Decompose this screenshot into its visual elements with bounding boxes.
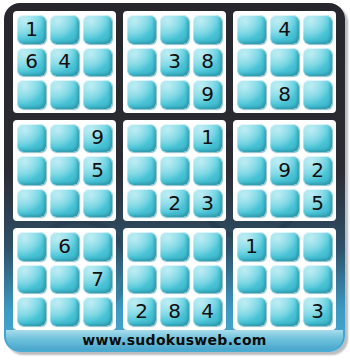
cell-r7c4[interactable] <box>127 232 156 261</box>
cell-r8c4[interactable] <box>127 265 156 294</box>
cell-r5c4[interactable] <box>127 156 156 185</box>
cell-r7c6[interactable] <box>193 232 222 261</box>
cell-r6c3[interactable] <box>83 189 112 218</box>
cell-r2c1[interactable]: 6 <box>17 48 46 77</box>
cell-r9c7[interactable] <box>237 297 266 326</box>
sudoku-block-r1c3: 48 <box>233 11 336 113</box>
cell-r1c4[interactable] <box>127 15 156 44</box>
cell-r4c2[interactable] <box>50 124 79 153</box>
cell-r4c3[interactable]: 9 <box>83 124 112 153</box>
cell-r4c7[interactable] <box>237 124 266 153</box>
cell-r3c8[interactable]: 8 <box>270 80 299 109</box>
cell-r2c4[interactable] <box>127 48 156 77</box>
cell-r1c7[interactable] <box>237 15 266 44</box>
cell-r8c3[interactable]: 7 <box>83 265 112 294</box>
sudoku-board: 16438948951239256728413 www.sudokusweb.c… <box>4 3 345 352</box>
cell-r8c1[interactable] <box>17 265 46 294</box>
cell-r1c8[interactable]: 4 <box>270 15 299 44</box>
cell-r8c8[interactable] <box>270 265 299 294</box>
cell-r5c5[interactable] <box>160 156 189 185</box>
cell-r5c1[interactable] <box>17 156 46 185</box>
cell-r7c5[interactable] <box>160 232 189 261</box>
sudoku-block-r3c1: 67 <box>13 228 116 330</box>
cell-r1c6[interactable] <box>193 15 222 44</box>
cell-r1c5[interactable] <box>160 15 189 44</box>
cell-r2c3[interactable] <box>83 48 112 77</box>
cell-r9c4[interactable]: 2 <box>127 297 156 326</box>
site-url[interactable]: www.sudokusweb.com <box>82 332 266 348</box>
cell-r1c9[interactable] <box>303 15 332 44</box>
cell-r3c1[interactable] <box>17 80 46 109</box>
cell-r2c8[interactable] <box>270 48 299 77</box>
sudoku-block-r1c2: 389 <box>123 11 226 113</box>
cell-r4c5[interactable] <box>160 124 189 153</box>
cell-r4c8[interactable] <box>270 124 299 153</box>
cell-r7c1[interactable] <box>17 232 46 261</box>
sudoku-block-r2c1: 95 <box>13 120 116 222</box>
cell-r4c9[interactable] <box>303 124 332 153</box>
cell-r1c1[interactable]: 1 <box>17 15 46 44</box>
cell-r5c7[interactable] <box>237 156 266 185</box>
cell-r9c1[interactable] <box>17 297 46 326</box>
cell-r3c4[interactable] <box>127 80 156 109</box>
cell-r3c7[interactable] <box>237 80 266 109</box>
cell-r6c9[interactable]: 5 <box>303 189 332 218</box>
cell-r4c4[interactable] <box>127 124 156 153</box>
cell-r6c6[interactable]: 3 <box>193 189 222 218</box>
cell-r9c9[interactable]: 3 <box>303 297 332 326</box>
cell-r6c2[interactable] <box>50 189 79 218</box>
cell-r7c9[interactable] <box>303 232 332 261</box>
cell-r2c6[interactable]: 8 <box>193 48 222 77</box>
sudoku-block-r2c3: 925 <box>233 120 336 222</box>
cell-r6c5[interactable]: 2 <box>160 189 189 218</box>
cell-r9c3[interactable] <box>83 297 112 326</box>
cell-r3c5[interactable] <box>160 80 189 109</box>
cell-r9c8[interactable] <box>270 297 299 326</box>
footer-bar: www.sudokusweb.com <box>6 330 343 350</box>
cell-r7c2[interactable]: 6 <box>50 232 79 261</box>
cell-r3c6[interactable]: 9 <box>193 80 222 109</box>
cell-r5c2[interactable] <box>50 156 79 185</box>
cell-r8c7[interactable] <box>237 265 266 294</box>
cell-r9c5[interactable]: 8 <box>160 297 189 326</box>
cell-r3c2[interactable] <box>50 80 79 109</box>
cell-r7c8[interactable] <box>270 232 299 261</box>
board-grid: 16438948951239256728413 <box>13 11 336 330</box>
sudoku-block-r3c3: 13 <box>233 228 336 330</box>
cell-r8c9[interactable] <box>303 265 332 294</box>
cell-r4c6[interactable]: 1 <box>193 124 222 153</box>
cell-r6c8[interactable] <box>270 189 299 218</box>
cell-r2c7[interactable] <box>237 48 266 77</box>
sudoku-block-r3c2: 284 <box>123 228 226 330</box>
cell-r8c6[interactable] <box>193 265 222 294</box>
cell-r9c6[interactable]: 4 <box>193 297 222 326</box>
cell-r4c1[interactable] <box>17 124 46 153</box>
cell-r2c5[interactable]: 3 <box>160 48 189 77</box>
cell-r6c4[interactable] <box>127 189 156 218</box>
sudoku-block-r1c1: 164 <box>13 11 116 113</box>
cell-r8c5[interactable] <box>160 265 189 294</box>
cell-r5c6[interactable] <box>193 156 222 185</box>
cell-r5c8[interactable]: 9 <box>270 156 299 185</box>
cell-r7c7[interactable]: 1 <box>237 232 266 261</box>
cell-r1c3[interactable] <box>83 15 112 44</box>
cell-r6c7[interactable] <box>237 189 266 218</box>
cell-r7c3[interactable] <box>83 232 112 261</box>
cell-r5c3[interactable]: 5 <box>83 156 112 185</box>
cell-r2c2[interactable]: 4 <box>50 48 79 77</box>
cell-r9c2[interactable] <box>50 297 79 326</box>
cell-r3c9[interactable] <box>303 80 332 109</box>
cell-r2c9[interactable] <box>303 48 332 77</box>
cell-r6c1[interactable] <box>17 189 46 218</box>
cell-r8c2[interactable] <box>50 265 79 294</box>
cell-r1c2[interactable] <box>50 15 79 44</box>
sudoku-block-r2c2: 123 <box>123 120 226 222</box>
cell-r5c9[interactable]: 2 <box>303 156 332 185</box>
cell-r3c3[interactable] <box>83 80 112 109</box>
